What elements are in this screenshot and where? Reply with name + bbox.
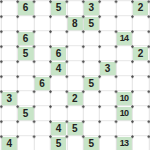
clue-number: 2: [138, 3, 144, 13]
clue-cell[interactable]: 3: [83, 0, 99, 16]
clue-number: 6: [39, 79, 45, 89]
clue-cell[interactable]: 2: [133, 0, 149, 16]
clue-number: 3: [6, 94, 12, 104]
clue-number: 5: [72, 124, 78, 134]
clue-number: 5: [23, 49, 29, 59]
puzzle-board[interactable]: 653285614562436532105104545513: [0, 0, 150, 150]
clue-number: 10: [120, 109, 129, 118]
clue-cell[interactable]: 14: [116, 32, 132, 47]
clue-number: 5: [56, 3, 62, 13]
clue-number: 2: [138, 49, 144, 59]
clue-cell[interactable]: 2: [133, 47, 149, 62]
clue-cell[interactable]: 5: [51, 137, 67, 150]
clue-number: 4: [6, 139, 12, 149]
clue-cell[interactable]: 5: [18, 107, 34, 122]
app-screen: 653285614562436532105104545513: [0, 0, 150, 150]
clue-cell[interactable]: 3: [1, 92, 17, 107]
clue-number: 5: [88, 139, 94, 149]
clue-cell[interactable]: 6: [18, 32, 34, 47]
clue-cell[interactable]: 5: [83, 137, 99, 150]
clue-cell[interactable]: 13: [116, 137, 132, 150]
clue-number: 5: [23, 109, 29, 119]
clue-cell[interactable]: 10: [116, 92, 132, 107]
clue-number: 6: [23, 34, 29, 44]
clue-cell[interactable]: 5: [51, 0, 67, 16]
clue-cell[interactable]: 6: [51, 47, 67, 62]
clue-cell[interactable]: 5: [18, 47, 34, 62]
clue-cell[interactable]: 3: [100, 62, 116, 77]
clue-number: 5: [88, 79, 94, 89]
clue-number: 5: [56, 139, 62, 149]
clue-cell[interactable]: 8: [67, 17, 83, 32]
clue-cell[interactable]: 5: [83, 17, 99, 32]
clue-number: 3: [88, 3, 94, 13]
clue-number: 8: [72, 19, 78, 29]
clue-number: 4: [56, 64, 62, 74]
clue-number: 6: [23, 3, 29, 13]
clue-number: 13: [120, 139, 129, 148]
clue-cell[interactable]: 2: [67, 92, 83, 107]
clue-cell[interactable]: 4: [1, 137, 17, 150]
clue-cell[interactable]: 10: [116, 107, 132, 122]
clue-cell[interactable]: 4: [51, 122, 67, 137]
clue-number: 10: [120, 94, 129, 103]
clue-number: 6: [56, 49, 62, 59]
clue-cell[interactable]: 5: [83, 77, 99, 92]
clue-number: 2: [72, 94, 78, 104]
clue-cell[interactable]: 5: [67, 122, 83, 137]
clue-number: 14: [120, 34, 129, 43]
clue-cell[interactable]: 4: [51, 62, 67, 77]
clue-cell[interactable]: 6: [34, 77, 50, 92]
clue-number: 3: [105, 64, 111, 74]
clue-cell[interactable]: 6: [18, 0, 34, 16]
clue-number: 4: [56, 124, 62, 134]
clue-number: 5: [88, 19, 94, 29]
